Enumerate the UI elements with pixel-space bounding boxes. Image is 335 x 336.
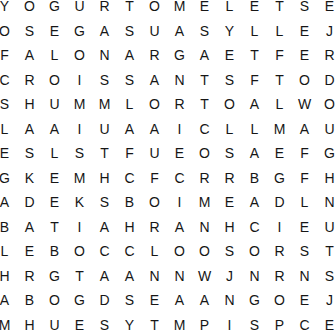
grid-cell[interactable]: T <box>67 264 92 289</box>
grid-cell[interactable]: R <box>142 43 167 68</box>
grid-cell[interactable]: A <box>192 288 217 313</box>
grid-cell[interactable]: G <box>42 0 67 19</box>
grid-cell[interactable]: L <box>117 92 142 117</box>
grid-cell[interactable]: E <box>217 43 242 68</box>
grid-cell[interactable]: N <box>217 288 242 313</box>
grid-cell[interactable]: E <box>42 190 67 215</box>
grid-cell[interactable]: S <box>117 19 142 44</box>
grid-cell[interactable]: L <box>217 117 242 142</box>
grid-cell[interactable]: M <box>67 166 92 191</box>
grid-cell[interactable]: E <box>317 313 335 336</box>
grid-cell[interactable]: L <box>0 239 17 264</box>
grid-cell[interactable]: C <box>117 166 142 191</box>
grid-cell[interactable]: H <box>17 92 42 117</box>
grid-cell[interactable]: Y <box>0 0 17 19</box>
grid-cell[interactable]: C <box>242 215 267 240</box>
grid-cell[interactable]: S <box>242 313 267 336</box>
grid-cell[interactable]: I <box>67 68 92 93</box>
grid-cell[interactable]: D <box>17 190 42 215</box>
grid-cell[interactable]: U <box>317 117 335 142</box>
grid-cell[interactable]: R <box>17 68 42 93</box>
grid-cell[interactable]: M <box>167 313 192 336</box>
grid-cell[interactable]: A <box>167 19 192 44</box>
grid-cell[interactable]: R <box>217 166 242 191</box>
grid-cell[interactable]: B <box>17 288 42 313</box>
grid-cell[interactable]: L <box>267 92 292 117</box>
grid-cell[interactable]: F <box>267 43 292 68</box>
grid-cell[interactable]: L <box>242 19 267 44</box>
grid-cell[interactable]: O <box>142 0 167 19</box>
grid-cell[interactable]: S <box>292 239 317 264</box>
grid-cell[interactable]: G <box>67 19 92 44</box>
grid-cell[interactable]: O <box>192 239 217 264</box>
grid-cell[interactable]: O <box>142 92 167 117</box>
grid-cell[interactable]: O <box>317 92 335 117</box>
grid-cell[interactable]: G <box>42 264 67 289</box>
grid-cell[interactable]: M <box>92 92 117 117</box>
grid-cell[interactable]: E <box>67 313 92 336</box>
grid-cell[interactable]: L <box>142 239 167 264</box>
grid-cell[interactable]: R <box>267 264 292 289</box>
grid-cell[interactable]: I <box>267 215 292 240</box>
grid-cell[interactable]: W <box>292 92 317 117</box>
grid-cell[interactable]: C <box>292 313 317 336</box>
grid-cell[interactable]: T <box>192 68 217 93</box>
grid-cell[interactable]: T <box>142 313 167 336</box>
grid-cell[interactable]: F <box>292 166 317 191</box>
grid-cell[interactable]: P <box>192 313 217 336</box>
grid-cell[interactable]: L <box>292 190 317 215</box>
grid-cell[interactable]: F <box>0 43 17 68</box>
grid-cell[interactable]: A <box>142 68 167 93</box>
grid-cell[interactable]: A <box>242 190 267 215</box>
grid-cell[interactable]: F <box>117 141 142 166</box>
grid-cell[interactable]: G <box>317 141 335 166</box>
grid-cell[interactable]: M <box>0 313 17 336</box>
grid-cell[interactable]: L <box>42 43 67 68</box>
grid-cell[interactable]: O <box>192 141 217 166</box>
grid-cell[interactable]: Y <box>217 19 242 44</box>
grid-cell[interactable]: N <box>92 43 117 68</box>
grid-cell[interactable]: E <box>17 239 42 264</box>
grid-cell[interactable]: O <box>217 92 242 117</box>
grid-cell[interactable]: E <box>242 0 267 19</box>
grid-cell[interactable]: S <box>17 141 42 166</box>
grid-cell[interactable]: T <box>192 92 217 117</box>
grid-cell[interactable]: O <box>67 43 92 68</box>
grid-cell[interactable]: N <box>317 190 335 215</box>
grid-cell[interactable]: R <box>267 239 292 264</box>
grid-cell[interactable]: A <box>117 264 142 289</box>
grid-cell[interactable]: F <box>142 166 167 191</box>
grid-cell[interactable]: E <box>217 190 242 215</box>
grid-cell[interactable]: I <box>67 215 92 240</box>
grid-cell[interactable]: T <box>317 239 335 264</box>
grid-cell[interactable]: J <box>217 264 242 289</box>
grid-cell[interactable]: D <box>92 288 117 313</box>
grid-cell[interactable]: G <box>242 288 267 313</box>
grid-cell[interactable]: H <box>0 264 17 289</box>
grid-cell[interactable]: O <box>242 239 267 264</box>
grid-cell[interactable]: T <box>267 68 292 93</box>
grid-cell[interactable]: E <box>142 288 167 313</box>
grid-cell[interactable]: P <box>267 313 292 336</box>
grid-cell[interactable]: B <box>42 239 67 264</box>
grid-cell[interactable]: B <box>117 190 142 215</box>
grid-cell[interactable]: I <box>217 313 242 336</box>
grid-cell[interactable]: N <box>167 264 192 289</box>
grid-cell[interactable]: E <box>167 141 192 166</box>
grid-cell[interactable]: A <box>117 117 142 142</box>
grid-cell[interactable]: O <box>267 288 292 313</box>
grid-cell[interactable]: A <box>242 141 267 166</box>
grid-cell[interactable]: U <box>67 0 92 19</box>
grid-cell[interactable]: S <box>317 264 335 289</box>
grid-cell[interactable]: G <box>67 288 92 313</box>
grid-cell[interactable]: S <box>92 68 117 93</box>
grid-cell[interactable]: A <box>167 215 192 240</box>
grid-cell[interactable]: F <box>242 68 267 93</box>
grid-cell[interactable]: A <box>0 190 17 215</box>
grid-cell[interactable]: R <box>167 92 192 117</box>
grid-cell[interactable]: A <box>17 43 42 68</box>
grid-cell[interactable]: U <box>42 313 67 336</box>
grid-cell[interactable]: U <box>42 92 67 117</box>
grid-cell[interactable]: T <box>267 0 292 19</box>
grid-cell[interactable]: Y <box>117 313 142 336</box>
grid-cell[interactable]: U <box>142 141 167 166</box>
grid-cell[interactable]: E <box>292 215 317 240</box>
grid-cell[interactable]: E <box>317 0 335 19</box>
grid-cell[interactable]: A <box>192 43 217 68</box>
grid-cell[interactable]: R <box>142 215 167 240</box>
grid-cell[interactable]: E <box>292 19 317 44</box>
grid-cell[interactable]: C <box>167 166 192 191</box>
grid-cell[interactable]: N <box>242 264 267 289</box>
grid-cell[interactable]: S <box>17 19 42 44</box>
grid-cell[interactable]: I <box>67 117 92 142</box>
grid-cell[interactable]: A <box>167 288 192 313</box>
grid-cell[interactable]: S <box>92 190 117 215</box>
grid-cell[interactable]: A <box>242 92 267 117</box>
grid-cell[interactable]: A <box>292 117 317 142</box>
grid-cell[interactable]: H <box>217 215 242 240</box>
grid-cell[interactable]: U <box>142 19 167 44</box>
grid-cell[interactable]: A <box>17 215 42 240</box>
grid-cell[interactable]: L <box>242 117 267 142</box>
grid-cell[interactable]: U <box>317 215 335 240</box>
grid-cell[interactable]: G <box>0 166 17 191</box>
grid-cell[interactable]: I <box>167 190 192 215</box>
grid-cell[interactable]: M <box>67 92 92 117</box>
grid-cell[interactable]: C <box>117 239 142 264</box>
grid-cell[interactable]: S <box>67 141 92 166</box>
grid-cell[interactable]: A <box>17 117 42 142</box>
grid-cell[interactable]: A <box>0 288 17 313</box>
grid-cell[interactable]: O <box>67 239 92 264</box>
grid-cell[interactable]: B <box>242 166 267 191</box>
grid-cell[interactable]: O <box>0 19 17 44</box>
word-search-grid: YOGURTOMELETSEOSEGASUASYLLEJFALONARGAETF… <box>0 0 335 336</box>
grid-cell[interactable]: S <box>192 19 217 44</box>
grid-cell[interactable]: C <box>0 68 17 93</box>
grid-cell[interactable]: H <box>317 166 335 191</box>
grid-cell[interactable]: L <box>267 19 292 44</box>
grid-cell[interactable]: T <box>242 43 267 68</box>
grid-cell[interactable]: I <box>167 117 192 142</box>
grid-cell[interactable]: T <box>117 0 142 19</box>
grid-cell[interactable]: J <box>317 288 335 313</box>
grid-cell[interactable]: A <box>117 43 142 68</box>
grid-cell[interactable]: O <box>42 68 67 93</box>
grid-cell[interactable]: A <box>42 117 67 142</box>
grid-cell[interactable]: A <box>142 117 167 142</box>
grid-cell[interactable]: G <box>267 166 292 191</box>
grid-cell[interactable]: M <box>192 190 217 215</box>
grid-cell[interactable]: E <box>292 288 317 313</box>
grid-cell[interactable]: S <box>217 68 242 93</box>
grid-cell[interactable]: L <box>42 141 67 166</box>
grid-cell[interactable]: O <box>142 190 167 215</box>
grid-cell[interactable]: A <box>92 264 117 289</box>
grid-cell[interactable]: E <box>42 19 67 44</box>
grid-cell[interactable]: K <box>67 190 92 215</box>
word-search-puzzle: YOGURTOMELETSEOSEGASUASYLLEJFALONARGAETF… <box>0 0 335 336</box>
grid-cell[interactable]: U <box>92 117 117 142</box>
grid-cell[interactable]: S <box>117 68 142 93</box>
grid-cell[interactable]: O <box>17 0 42 19</box>
grid-cell[interactable]: A <box>92 19 117 44</box>
grid-cell[interactable]: N <box>292 264 317 289</box>
grid-cell[interactable]: N <box>167 68 192 93</box>
grid-cell[interactable]: O <box>167 239 192 264</box>
grid-cell[interactable]: M <box>167 0 192 19</box>
grid-cell[interactable]: M <box>267 117 292 142</box>
grid-cell[interactable]: W <box>192 264 217 289</box>
grid-cell[interactable]: S <box>217 239 242 264</box>
grid-cell[interactable]: E <box>0 141 17 166</box>
grid-cell[interactable]: G <box>167 43 192 68</box>
grid-cell[interactable]: N <box>192 215 217 240</box>
grid-cell[interactable]: D <box>317 68 335 93</box>
grid-cell[interactable]: S <box>117 288 142 313</box>
grid-cell[interactable]: C <box>192 117 217 142</box>
grid-cell[interactable]: N <box>142 264 167 289</box>
grid-cell[interactable]: E <box>267 141 292 166</box>
grid-cell[interactable]: R <box>192 166 217 191</box>
grid-cell[interactable]: R <box>92 0 117 19</box>
grid-cell[interactable]: R <box>17 264 42 289</box>
grid-cell[interactable]: S <box>92 313 117 336</box>
grid-cell[interactable]: O <box>292 68 317 93</box>
grid-cell[interactable]: J <box>317 19 335 44</box>
grid-cell[interactable]: A <box>92 215 117 240</box>
grid-cell[interactable]: E <box>42 166 67 191</box>
grid-cell[interactable]: D <box>267 190 292 215</box>
grid-cell[interactable]: E <box>192 0 217 19</box>
grid-cell[interactable]: K <box>17 166 42 191</box>
grid-cell[interactable]: H <box>92 166 117 191</box>
grid-cell[interactable]: S <box>292 0 317 19</box>
grid-cell[interactable]: S <box>217 141 242 166</box>
grid-cell[interactable]: S <box>0 92 17 117</box>
grid-cell[interactable]: T <box>42 215 67 240</box>
grid-cell[interactable]: H <box>117 215 142 240</box>
grid-cell[interactable]: B <box>0 215 17 240</box>
grid-cell[interactable]: H <box>17 313 42 336</box>
grid-cell[interactable]: E <box>292 43 317 68</box>
grid-cell[interactable]: L <box>217 0 242 19</box>
grid-cell[interactable]: O <box>42 288 67 313</box>
grid-cell[interactable]: L <box>0 117 17 142</box>
grid-cell[interactable]: F <box>292 141 317 166</box>
grid-cell[interactable]: R <box>317 43 335 68</box>
grid-cell[interactable]: C <box>92 239 117 264</box>
grid-cell[interactable]: T <box>92 141 117 166</box>
